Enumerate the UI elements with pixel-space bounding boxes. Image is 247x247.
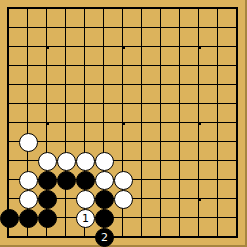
white-stone <box>95 171 114 190</box>
white-stone <box>19 190 38 209</box>
black-stone <box>38 209 57 228</box>
black-stone <box>38 190 57 209</box>
black-stone <box>0 209 19 228</box>
black-stone <box>57 171 76 190</box>
black-stone <box>76 171 95 190</box>
white-stone-move-1: 1 <box>76 209 95 228</box>
white-stone <box>19 171 38 190</box>
white-stone <box>57 152 76 171</box>
white-stone <box>76 152 95 171</box>
stones-layer: 12 <box>0 0 247 247</box>
white-stone <box>19 133 38 152</box>
black-stone <box>19 209 38 228</box>
go-board: 12 <box>0 0 247 247</box>
black-stone <box>95 190 114 209</box>
white-stone <box>38 152 57 171</box>
go-diagram: 12 <box>0 0 247 247</box>
white-stone <box>95 152 114 171</box>
black-stone <box>95 209 114 228</box>
white-stone <box>114 171 133 190</box>
black-stone <box>38 171 57 190</box>
white-stone <box>76 190 95 209</box>
black-stone-move-2: 2 <box>95 228 114 247</box>
white-stone <box>114 190 133 209</box>
